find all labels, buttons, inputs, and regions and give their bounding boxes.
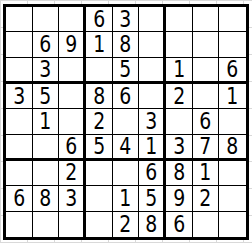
cell-r1c1[interactable] [6, 7, 33, 32]
cell-digit: 8 [173, 161, 185, 184]
cell-digit: 8 [145, 213, 157, 236]
cell-r4c1[interactable]: 3 [6, 84, 33, 109]
cell-r6c3[interactable]: 6 [59, 135, 86, 161]
cell-r6c5[interactable]: 4 [113, 135, 140, 161]
cell-r8c8[interactable]: 2 [193, 186, 220, 211]
cell-digit: 8 [119, 33, 131, 56]
cell-r2c4[interactable]: 1 [86, 32, 113, 57]
cell-digit: 9 [65, 33, 77, 56]
cell-r2c1[interactable] [6, 32, 33, 57]
cell-digit: 6 [39, 33, 51, 56]
cell-r3c5[interactable]: 5 [113, 58, 140, 84]
cell-r6c6[interactable]: 1 [139, 135, 166, 161]
cell-r3c4[interactable] [86, 58, 113, 84]
cell-r9c7[interactable]: 6 [166, 212, 193, 237]
cell-r9c5[interactable]: 2 [113, 212, 140, 237]
cell-r8c2[interactable]: 8 [33, 186, 60, 211]
cell-r3c3[interactable] [59, 58, 86, 84]
cell-digit: 4 [119, 135, 131, 158]
cell-digit: 1 [119, 187, 131, 210]
cell-digit: 6 [65, 135, 77, 158]
cell-r8c4[interactable] [86, 186, 113, 211]
cell-digit: 5 [93, 135, 105, 158]
cell-r4c6[interactable] [139, 84, 166, 109]
cell-r7c4[interactable] [86, 161, 113, 186]
cell-r9c8[interactable] [193, 212, 220, 237]
cell-r4c7[interactable]: 2 [166, 84, 193, 109]
cell-r2c2[interactable]: 6 [33, 32, 60, 57]
cell-r8c6[interactable]: 5 [139, 186, 166, 211]
cell-digit: 5 [119, 58, 131, 81]
cell-r1c4[interactable]: 6 [86, 7, 113, 32]
cell-r9c4[interactable] [86, 212, 113, 237]
cell-digit: 5 [39, 85, 51, 108]
cell-r6c7[interactable]: 3 [166, 135, 193, 161]
cell-r5c5[interactable] [113, 109, 140, 134]
cell-r2c3[interactable]: 9 [59, 32, 86, 57]
cell-digit: 6 [93, 8, 105, 31]
cell-r1c6[interactable] [139, 7, 166, 32]
cell-r5c3[interactable] [59, 109, 86, 134]
cell-r7c5[interactable] [113, 161, 140, 186]
cell-r7c7[interactable]: 8 [166, 161, 193, 186]
cell-r6c9[interactable]: 8 [219, 135, 246, 161]
cell-r2c9[interactable] [219, 32, 246, 57]
cell-r8c1[interactable]: 6 [6, 186, 33, 211]
cell-r7c2[interactable] [33, 161, 60, 186]
cell-digit: 8 [227, 135, 239, 158]
cell-digit: 6 [13, 187, 25, 210]
cell-r7c3[interactable]: 2 [59, 161, 86, 186]
cell-r3c2[interactable]: 3 [33, 58, 60, 84]
cell-r5c2[interactable]: 1 [33, 109, 60, 134]
cell-r2c7[interactable] [166, 32, 193, 57]
cell-r7c9[interactable] [219, 161, 246, 186]
cell-digit: 1 [39, 110, 51, 133]
cell-r8c3[interactable]: 3 [59, 186, 86, 211]
cell-r4c2[interactable]: 5 [33, 84, 60, 109]
cell-digit: 1 [199, 161, 211, 184]
cell-r4c3[interactable] [59, 84, 86, 109]
cell-r1c9[interactable] [219, 7, 246, 32]
cell-r8c5[interactable]: 1 [113, 186, 140, 211]
cell-r9c6[interactable]: 8 [139, 212, 166, 237]
cell-digit: 8 [39, 187, 51, 210]
cell-r4c4[interactable]: 8 [86, 84, 113, 109]
cell-r9c1[interactable] [6, 212, 33, 237]
cell-r8c9[interactable] [219, 186, 246, 211]
cell-r5c4[interactable]: 2 [86, 109, 113, 134]
cell-r6c8[interactable]: 7 [193, 135, 220, 161]
cell-r1c3[interactable] [59, 7, 86, 32]
cell-r7c6[interactable]: 6 [139, 161, 166, 186]
cell-r4c9[interactable]: 1 [219, 84, 246, 109]
cell-r9c2[interactable] [33, 212, 60, 237]
cell-digit: 1 [227, 85, 239, 108]
cell-r5c1[interactable] [6, 109, 33, 134]
cell-r8c7[interactable]: 9 [166, 186, 193, 211]
cell-digit: 6 [119, 85, 131, 108]
cell-digit: 6 [145, 161, 157, 184]
cell-digit: 2 [199, 187, 211, 210]
cell-digit: 2 [93, 110, 105, 133]
cell-digit: 2 [173, 85, 185, 108]
cell-digit: 1 [173, 58, 185, 81]
cell-r3c7[interactable]: 1 [166, 58, 193, 84]
cell-r5c8[interactable]: 6 [193, 109, 220, 134]
cell-digit: 1 [145, 135, 157, 158]
cell-digit: 3 [119, 8, 131, 31]
cell-r4c8[interactable] [193, 84, 220, 109]
cell-r4c5[interactable]: 6 [113, 84, 140, 109]
cell-digit: 6 [227, 58, 239, 81]
cell-digit: 3 [145, 110, 157, 133]
cell-r5c7[interactable] [166, 109, 193, 134]
cell-r3c1[interactable] [6, 58, 33, 84]
cell-r3c8[interactable] [193, 58, 220, 84]
cell-digit: 8 [93, 85, 105, 108]
cell-r3c6[interactable] [139, 58, 166, 84]
cell-digit: 1 [93, 33, 105, 56]
cell-digit: 7 [199, 135, 211, 158]
cell-r2c8[interactable] [193, 32, 220, 57]
cell-r1c8[interactable] [193, 7, 220, 32]
cell-digit: 3 [13, 85, 25, 108]
cell-digit: 3 [39, 58, 51, 81]
cell-r6c2[interactable] [33, 135, 60, 161]
cell-digit: 3 [65, 187, 77, 210]
cell-r6c4[interactable]: 5 [86, 135, 113, 161]
cell-r6c1[interactable] [6, 135, 33, 161]
sudoku-grid: 6369183516358621123665413782681683159228… [6, 7, 246, 237]
cell-r3c9[interactable]: 6 [219, 58, 246, 84]
cell-digit: 2 [119, 213, 131, 236]
cell-digit: 2 [65, 161, 77, 184]
cell-digit: 9 [173, 187, 185, 210]
cell-r7c8[interactable]: 1 [193, 161, 220, 186]
cell-r9c3[interactable] [59, 212, 86, 237]
sudoku-board: 6369183516358621123665413782681683159228… [3, 4, 249, 240]
cell-r5c9[interactable] [219, 109, 246, 134]
cell-digit: 6 [199, 110, 211, 133]
cell-r1c7[interactable] [166, 7, 193, 32]
cell-r5c6[interactable]: 3 [139, 109, 166, 134]
cell-r2c6[interactable] [139, 32, 166, 57]
cell-digit: 6 [173, 213, 185, 236]
cell-r1c2[interactable] [33, 7, 60, 32]
cell-r9c9[interactable] [219, 212, 246, 237]
cell-r2c5[interactable]: 8 [113, 32, 140, 57]
cell-r7c1[interactable] [6, 161, 33, 186]
cell-r1c5[interactable]: 3 [113, 7, 140, 32]
cell-digit: 5 [145, 187, 157, 210]
cell-digit: 3 [173, 135, 185, 158]
